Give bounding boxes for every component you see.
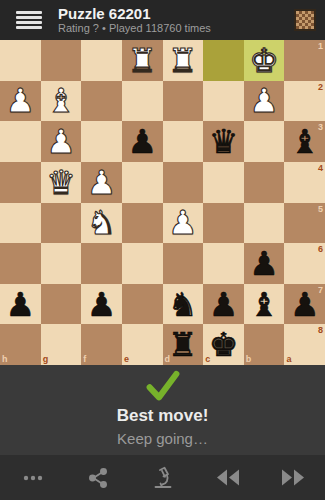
square-g4[interactable]: ♛: [41, 162, 82, 203]
square-e7[interactable]: [122, 284, 163, 325]
square-c8[interactable]: ♚c: [203, 324, 244, 365]
feedback-hint: Keep going…: [117, 430, 208, 447]
square-f8[interactable]: f: [81, 324, 122, 365]
square-c1[interactable]: [203, 40, 244, 81]
square-d6[interactable]: [163, 243, 204, 284]
white-bishop[interactable]: ♝: [46, 84, 76, 117]
black-king[interactable]: ♚: [209, 328, 239, 361]
square-a7[interactable]: ♟7: [284, 284, 325, 325]
square-c2[interactable]: [203, 81, 244, 122]
black-pawn[interactable]: ♟: [249, 247, 279, 280]
square-h8[interactable]: h: [0, 324, 41, 365]
square-b7[interactable]: ♝: [244, 284, 285, 325]
hamburger-icon: [16, 11, 42, 14]
forward-button[interactable]: [260, 455, 325, 500]
ellipsis-icon: [22, 474, 44, 482]
black-rook[interactable]: ♜: [168, 328, 198, 361]
square-d5[interactable]: ♟: [163, 203, 204, 244]
file-label-h: h: [2, 355, 8, 364]
square-d2[interactable]: [163, 81, 204, 122]
share-icon: [87, 467, 109, 489]
square-f3[interactable]: [81, 121, 122, 162]
rank-label-6: 6: [318, 245, 323, 254]
square-e5[interactable]: [122, 203, 163, 244]
square-d3[interactable]: [163, 121, 204, 162]
square-b8[interactable]: b: [244, 324, 285, 365]
file-label-b: b: [246, 355, 252, 364]
rank-label-8: 8: [318, 326, 323, 335]
square-g8[interactable]: g: [41, 324, 82, 365]
mini-chessboard-icon[interactable]: [294, 9, 316, 31]
menu-button[interactable]: [16, 11, 42, 29]
white-rook[interactable]: ♜: [168, 44, 198, 77]
puzzle-stats: Rating ? • Played 118760 times: [58, 22, 211, 35]
square-f6[interactable]: [81, 243, 122, 284]
square-f4[interactable]: ♟: [81, 162, 122, 203]
rank-label-1: 1: [318, 42, 323, 51]
square-g2[interactable]: ♝: [41, 81, 82, 122]
white-queen[interactable]: ♛: [46, 166, 76, 199]
square-b1[interactable]: ♚: [244, 40, 285, 81]
square-c5[interactable]: [203, 203, 244, 244]
microscope-icon: [151, 466, 175, 490]
square-e4[interactable]: [122, 162, 163, 203]
file-label-a: a: [286, 355, 291, 364]
green-checkmark-icon: [145, 370, 181, 402]
square-b6[interactable]: ♟: [244, 243, 285, 284]
square-h7[interactable]: ♟: [0, 284, 41, 325]
chess-board[interactable]: ♜♜♚1♟♝♟2♟♟♛♝3♛♟4♞♟5♟6♟♟♞♟♝♟7hgfe♜d♚cb8a: [0, 40, 325, 365]
file-label-g: g: [43, 355, 49, 364]
square-b5[interactable]: [244, 203, 285, 244]
rewind-button[interactable]: [195, 455, 260, 500]
square-b3[interactable]: [244, 121, 285, 162]
square-a3[interactable]: ♝3: [284, 121, 325, 162]
square-b4[interactable]: [244, 162, 285, 203]
white-rook[interactable]: ♜: [127, 44, 157, 77]
square-d4[interactable]: [163, 162, 204, 203]
square-g3[interactable]: ♟: [41, 121, 82, 162]
square-e8[interactable]: e: [122, 324, 163, 365]
black-pawn[interactable]: ♟: [209, 288, 239, 321]
fast-forward-icon: [280, 469, 306, 486]
square-f2[interactable]: [81, 81, 122, 122]
square-a8[interactable]: 8a: [284, 324, 325, 365]
white-pawn[interactable]: ♟: [168, 206, 198, 239]
square-h3[interactable]: [0, 121, 41, 162]
analysis-button[interactable]: [130, 455, 195, 500]
square-h5[interactable]: [0, 203, 41, 244]
square-h6[interactable]: [0, 243, 41, 284]
white-king[interactable]: ♚: [249, 44, 279, 77]
white-pawn[interactable]: ♟: [46, 125, 76, 158]
lichess-puzzle-screen: Puzzle 62201 Rating ? • Played 118760 ti…: [0, 0, 325, 500]
black-queen[interactable]: ♛: [209, 125, 239, 158]
black-pawn[interactable]: ♟: [6, 288, 36, 321]
white-pawn[interactable]: ♟: [6, 84, 36, 117]
white-pawn[interactable]: ♟: [249, 84, 279, 117]
file-label-e: e: [124, 355, 129, 364]
square-f1[interactable]: [81, 40, 122, 81]
square-g1[interactable]: [41, 40, 82, 81]
square-d8[interactable]: ♜d: [163, 324, 204, 365]
square-c4[interactable]: [203, 162, 244, 203]
square-c6[interactable]: [203, 243, 244, 284]
rank-label-2: 2: [318, 83, 323, 92]
square-a6[interactable]: 6: [284, 243, 325, 284]
black-pawn[interactable]: ♟: [127, 125, 157, 158]
square-h1[interactable]: [0, 40, 41, 81]
file-label-f: f: [83, 355, 86, 364]
square-a5[interactable]: 5: [284, 203, 325, 244]
square-g6[interactable]: [41, 243, 82, 284]
black-pawn[interactable]: ♟: [87, 288, 117, 321]
share-button[interactable]: [65, 455, 130, 500]
feedback-result: Best move!: [117, 406, 209, 426]
black-bishop[interactable]: ♝: [249, 288, 279, 321]
square-e2[interactable]: [122, 81, 163, 122]
square-c3[interactable]: ♛: [203, 121, 244, 162]
square-e1[interactable]: ♜: [122, 40, 163, 81]
square-f5[interactable]: ♞: [81, 203, 122, 244]
rank-label-4: 4: [318, 164, 323, 173]
square-a2[interactable]: 2: [284, 81, 325, 122]
square-f7[interactable]: ♟: [81, 284, 122, 325]
more-button[interactable]: [0, 455, 65, 500]
square-h2[interactable]: ♟: [0, 81, 41, 122]
square-d7[interactable]: ♞: [163, 284, 204, 325]
square-e6[interactable]: [122, 243, 163, 284]
square-a1[interactable]: 1: [284, 40, 325, 81]
feedback-panel: Best move! Keep going…: [0, 365, 325, 455]
black-knight[interactable]: ♞: [168, 288, 198, 321]
square-a4[interactable]: 4: [284, 162, 325, 203]
page-title: Puzzle 62201: [58, 5, 211, 22]
rewind-icon: [215, 469, 241, 486]
square-h4[interactable]: [0, 162, 41, 203]
header-titles: Puzzle 62201 Rating ? • Played 118760 ti…: [58, 5, 211, 35]
white-pawn[interactable]: ♟: [87, 166, 117, 199]
app-header: Puzzle 62201 Rating ? • Played 118760 ti…: [0, 0, 325, 40]
rank-label-5: 5: [318, 205, 323, 214]
bottom-toolbar: [0, 455, 325, 500]
square-g7[interactable]: [41, 284, 82, 325]
square-b2[interactable]: ♟: [244, 81, 285, 122]
black-pawn[interactable]: ♟: [290, 288, 320, 321]
square-d1[interactable]: ♜: [163, 40, 204, 81]
square-g5[interactable]: [41, 203, 82, 244]
square-c7[interactable]: ♟: [203, 284, 244, 325]
square-e3[interactable]: ♟: [122, 121, 163, 162]
black-bishop[interactable]: ♝: [290, 125, 320, 158]
white-knight[interactable]: ♞: [87, 206, 117, 239]
